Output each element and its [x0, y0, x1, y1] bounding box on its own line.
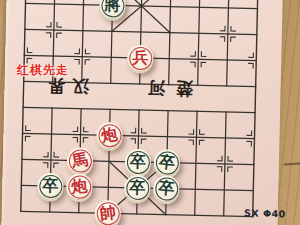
piece-red-general[interactable]: 帥 — [94, 200, 121, 225]
paper-board-sheet: 界 汉 河 楚 將兵炮馬卒卒卒炮卒卒帥 SX Φ40 — [1, 0, 283, 225]
piece-character: 炮 — [71, 178, 88, 195]
xiangqi-board: 界 汉 河 楚 將兵炮馬卒卒卒炮卒卒帥 — [15, 0, 265, 223]
photo-scene: 界 汉 河 楚 將兵炮馬卒卒卒炮卒卒帥 SX Φ40 红棋先走 — [0, 0, 300, 225]
piece-red-soldier[interactable]: 兵 — [127, 45, 154, 72]
piece-red-horse[interactable]: 馬 — [67, 147, 94, 174]
board-size-label: SX Φ40 — [240, 207, 286, 219]
piece-character: 兵 — [132, 50, 148, 66]
piece-red-cannon[interactable]: 炮 — [66, 173, 93, 200]
piece-character: 卒 — [129, 180, 145, 196]
piece-character: 炮 — [100, 126, 118, 144]
piece-black-general[interactable]: 將 — [99, 0, 126, 19]
piece-character: 卒 — [42, 178, 58, 194]
piece-character: 卒 — [130, 154, 146, 170]
piece-character: 卒 — [158, 154, 176, 172]
piece-character: 卒 — [158, 180, 175, 197]
piece-black-soldier[interactable]: 卒 — [125, 149, 152, 176]
piece-red-cannon[interactable]: 炮 — [96, 122, 123, 149]
piece-character: 帥 — [99, 204, 117, 222]
red-moves-first-caption: 红棋先走 — [17, 62, 69, 79]
piece-character: 將 — [104, 0, 120, 13]
table-seam — [284, 163, 300, 166]
piece-black-soldier[interactable]: 卒 — [124, 175, 151, 202]
pieces-layer: 將兵炮馬卒卒卒炮卒卒帥 — [6, 0, 273, 225]
piece-black-soldier[interactable]: 卒 — [37, 173, 64, 200]
piece-character: 馬 — [71, 151, 90, 170]
piece-black-soldier[interactable]: 卒 — [154, 149, 181, 176]
piece-black-soldier[interactable]: 卒 — [153, 175, 180, 202]
